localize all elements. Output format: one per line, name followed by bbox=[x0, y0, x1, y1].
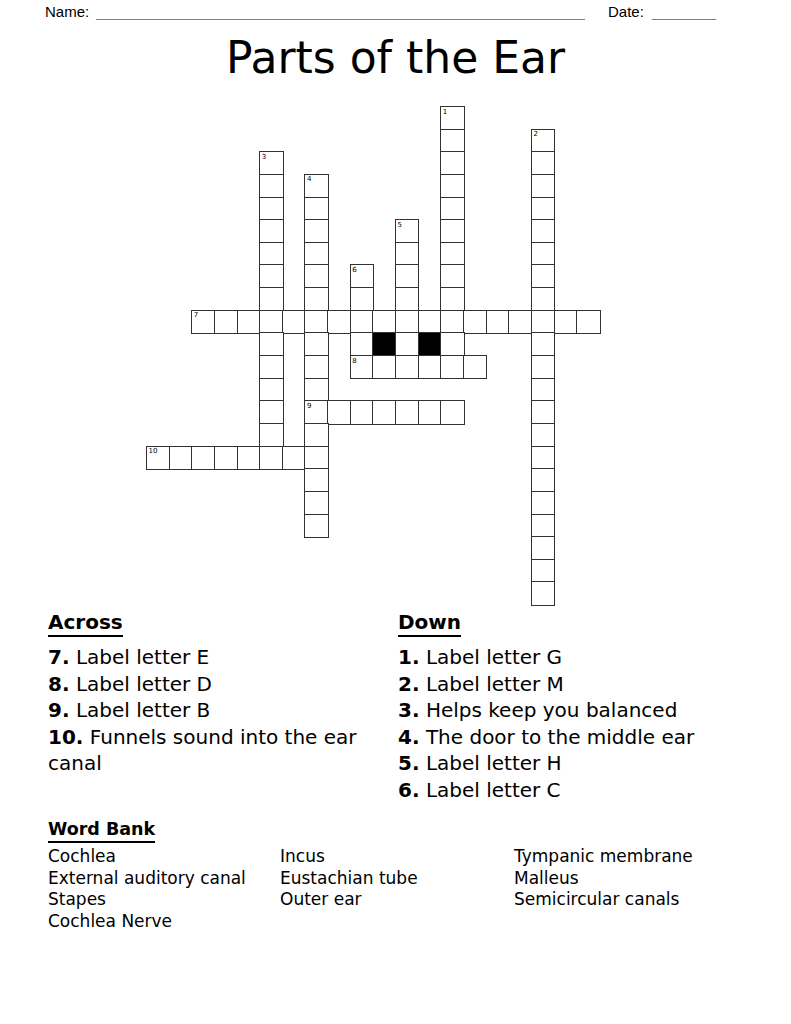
grid-cell[interactable] bbox=[418, 355, 442, 379]
down-clue: 2. Label letter M bbox=[398, 671, 768, 698]
word-bank-item: External auditory canal bbox=[48, 868, 280, 890]
grid-cell[interactable]: 2 bbox=[531, 129, 555, 153]
cell-number: 7 bbox=[194, 311, 198, 319]
grid-cell[interactable] bbox=[282, 446, 306, 470]
grid-cell[interactable] bbox=[531, 378, 555, 402]
grid-cell[interactable] bbox=[350, 400, 374, 424]
grid-cell[interactable] bbox=[372, 355, 396, 379]
cell-number: 5 bbox=[398, 221, 402, 229]
clue-number: 3. bbox=[398, 698, 420, 722]
grid-cell[interactable] bbox=[440, 151, 464, 175]
grid-cell[interactable] bbox=[531, 491, 555, 515]
clue-text: Funnels sound into the ear canal bbox=[48, 725, 357, 776]
grid-cell[interactable] bbox=[463, 310, 487, 334]
grid-cell[interactable] bbox=[531, 514, 555, 538]
cell-number: 3 bbox=[262, 153, 266, 161]
grid-cell[interactable] bbox=[304, 446, 328, 470]
cell-number: 6 bbox=[352, 266, 356, 274]
grid-cell[interactable] bbox=[531, 400, 555, 424]
cell-number: 2 bbox=[533, 130, 537, 138]
grid-cell[interactable] bbox=[463, 355, 487, 379]
grid-cell[interactable] bbox=[395, 310, 419, 334]
grid-cell[interactable] bbox=[508, 310, 532, 334]
word-bank-item: Outer ear bbox=[280, 889, 514, 911]
clue-number: 10. bbox=[48, 725, 83, 749]
grid-cell[interactable] bbox=[418, 400, 442, 424]
grid-cell[interactable]: 3 bbox=[259, 151, 283, 175]
grid-cell[interactable] bbox=[440, 400, 464, 424]
cell-number: 10 bbox=[149, 447, 158, 455]
clue-number: 1. bbox=[398, 645, 420, 669]
grid-cell[interactable] bbox=[237, 446, 261, 470]
grid-cell[interactable]: 6 bbox=[350, 264, 374, 288]
grid-cell[interactable] bbox=[259, 287, 283, 311]
grid-cell[interactable] bbox=[531, 355, 555, 379]
clue-text: Label letter E bbox=[76, 645, 209, 669]
grid-cell[interactable]: 5 bbox=[395, 219, 419, 243]
clue-number: 2. bbox=[398, 672, 420, 696]
grid-cell[interactable] bbox=[372, 400, 396, 424]
across-heading-text: Across bbox=[48, 611, 123, 637]
grid-cell[interactable] bbox=[531, 559, 555, 583]
word-bank-item: Tympanic membrane bbox=[514, 846, 693, 868]
grid-cell[interactable] bbox=[259, 332, 283, 356]
clue-number: 5. bbox=[398, 751, 420, 775]
clue-text: The door to the middle ear bbox=[426, 725, 694, 749]
grid-cell[interactable] bbox=[304, 491, 328, 515]
grid-cell[interactable] bbox=[191, 446, 215, 470]
grid-cell[interactable] bbox=[440, 355, 464, 379]
down-clue: 3. Helps keep you balanced bbox=[398, 697, 768, 724]
word-bank-column: IncusEustachian tubeOuter ear bbox=[280, 846, 514, 933]
name-label: Name: bbox=[45, 3, 89, 20]
grid-cell[interactable] bbox=[395, 400, 419, 424]
grid-cell[interactable] bbox=[440, 174, 464, 198]
grid-cell[interactable] bbox=[214, 446, 238, 470]
grid-cell[interactable] bbox=[531, 219, 555, 243]
name-fill-in-line bbox=[96, 19, 585, 20]
clue-number: 7. bbox=[48, 645, 70, 669]
date-label: Date: bbox=[608, 3, 644, 20]
grid-cell[interactable] bbox=[531, 197, 555, 221]
grid-cell[interactable] bbox=[486, 310, 510, 334]
across-clue: 7. Label letter E bbox=[48, 644, 393, 671]
grid-cell[interactable] bbox=[350, 287, 374, 311]
clue-text: Label letter D bbox=[76, 672, 212, 696]
down-clue: 6. Label letter C bbox=[398, 777, 768, 804]
down-heading-text: Down bbox=[398, 611, 461, 637]
grid-cell[interactable] bbox=[372, 310, 396, 334]
grid-cell[interactable] bbox=[576, 310, 600, 334]
word-bank-item: Stapes bbox=[48, 889, 280, 911]
grid-cell[interactable] bbox=[531, 151, 555, 175]
grid-cell[interactable] bbox=[304, 355, 328, 379]
word-bank-item: Incus bbox=[280, 846, 514, 868]
grid-cell[interactable] bbox=[531, 468, 555, 492]
grid-cell[interactable]: 9 bbox=[304, 400, 328, 424]
grid-cell[interactable] bbox=[531, 423, 555, 447]
grid-cell[interactable] bbox=[440, 332, 464, 356]
grid-cell[interactable] bbox=[259, 355, 283, 379]
cell-number: 1 bbox=[443, 108, 447, 116]
grid-cell[interactable]: 7 bbox=[191, 310, 215, 334]
grid-cell[interactable] bbox=[259, 174, 283, 198]
across-clue: 8. Label letter D bbox=[48, 671, 393, 698]
grid-cell[interactable] bbox=[395, 242, 419, 266]
grid-cell[interactable] bbox=[259, 400, 283, 424]
clue-text: Helps keep you balanced bbox=[426, 698, 677, 722]
cell-number: 4 bbox=[307, 175, 311, 183]
word-bank-heading-text: Word Bank bbox=[48, 819, 155, 843]
grid-cell[interactable] bbox=[304, 197, 328, 221]
grid-cell[interactable] bbox=[282, 310, 306, 334]
grid-cell[interactable] bbox=[440, 197, 464, 221]
clue-text: Label letter M bbox=[426, 672, 564, 696]
grid-cell[interactable] bbox=[531, 332, 555, 356]
grid-cell[interactable] bbox=[237, 310, 261, 334]
word-bank-column: Tympanic membraneMalleusSemicircular can… bbox=[514, 846, 693, 933]
grid-cell[interactable] bbox=[440, 287, 464, 311]
grid-cell[interactable] bbox=[304, 287, 328, 311]
grid-cell[interactable] bbox=[259, 446, 283, 470]
grid-cell[interactable] bbox=[350, 310, 374, 334]
clue-number: 6. bbox=[398, 778, 420, 802]
grid-cell[interactable] bbox=[350, 332, 374, 356]
across-heading: Across bbox=[48, 611, 393, 637]
down-clue: 5. Label letter H bbox=[398, 750, 768, 777]
grid-cell[interactable]: 10 bbox=[146, 446, 170, 470]
grid-cell[interactable] bbox=[304, 514, 328, 538]
clue-number: 8. bbox=[48, 672, 70, 696]
grid-cell[interactable] bbox=[169, 446, 193, 470]
across-clue: 9. Label letter B bbox=[48, 697, 393, 724]
down-section: Down 1. Label letter G2. Label letter M3… bbox=[398, 611, 768, 803]
grid-cell[interactable] bbox=[259, 264, 283, 288]
word-bank-column: CochleaExternal auditory canalStapesCoch… bbox=[48, 846, 280, 933]
grid-cell[interactable] bbox=[304, 468, 328, 492]
word-bank-item: Cochlea bbox=[48, 846, 280, 868]
grid-cell[interactable]: 4 bbox=[304, 174, 328, 198]
cell-number: 8 bbox=[352, 357, 356, 365]
grid-cell[interactable] bbox=[259, 219, 283, 243]
grid-cell[interactable] bbox=[440, 219, 464, 243]
clue-text: Label letter H bbox=[426, 751, 562, 775]
grid-cell[interactable] bbox=[531, 310, 555, 334]
grid-cell[interactable] bbox=[531, 446, 555, 470]
word-bank-columns: CochleaExternal auditory canalStapesCoch… bbox=[48, 846, 748, 933]
word-bank-heading: Word Bank bbox=[48, 819, 748, 843]
down-clue-list: 1. Label letter G2. Label letter M3. Hel… bbox=[398, 644, 768, 803]
grid-cell[interactable] bbox=[304, 242, 328, 266]
grid-cell[interactable] bbox=[440, 129, 464, 153]
page-title: Parts of the Ear bbox=[0, 34, 791, 82]
grid-cell[interactable] bbox=[259, 197, 283, 221]
grid-cell[interactable] bbox=[259, 310, 283, 334]
word-bank-section: Word Bank CochleaExternal auditory canal… bbox=[48, 819, 748, 933]
grid-cell[interactable] bbox=[531, 242, 555, 266]
grid-cell[interactable] bbox=[259, 242, 283, 266]
grid-cell[interactable] bbox=[304, 378, 328, 402]
cell-number: 9 bbox=[307, 402, 311, 410]
grid-cell[interactable] bbox=[304, 310, 328, 334]
across-section: Across 7. Label letter E8. Label letter … bbox=[48, 611, 393, 777]
grid-cell[interactable] bbox=[327, 400, 351, 424]
grid-cell[interactable] bbox=[304, 332, 328, 356]
clue-text: Label letter B bbox=[76, 698, 210, 722]
down-clue: 4. The door to the middle ear bbox=[398, 724, 768, 751]
grid-cell[interactable] bbox=[395, 264, 419, 288]
word-bank-item: Malleus bbox=[514, 868, 693, 890]
grid-cell[interactable] bbox=[395, 332, 419, 356]
grid-cell[interactable] bbox=[259, 378, 283, 402]
clue-text: Label letter C bbox=[426, 778, 561, 802]
grid-cell[interactable] bbox=[395, 355, 419, 379]
grid-cell[interactable] bbox=[304, 423, 328, 447]
word-bank-item: Semicircular canals bbox=[514, 889, 693, 911]
grid-cell[interactable] bbox=[214, 310, 238, 334]
down-heading: Down bbox=[398, 611, 768, 637]
grid-cell[interactable] bbox=[531, 581, 555, 605]
grid-cell[interactable] bbox=[304, 264, 328, 288]
grid-cell[interactable] bbox=[531, 287, 555, 311]
grid-cell[interactable] bbox=[531, 536, 555, 560]
clue-number: 4. bbox=[398, 725, 420, 749]
clue-number: 9. bbox=[48, 698, 70, 722]
across-clue-list: 7. Label letter E8. Label letter D9. Lab… bbox=[48, 644, 393, 777]
across-clue: 10. Funnels sound into the ear canal bbox=[48, 724, 393, 777]
grid-cell[interactable] bbox=[259, 423, 283, 447]
date-fill-in-line bbox=[652, 19, 716, 20]
grid-cell[interactable] bbox=[418, 310, 442, 334]
grid-cell[interactable] bbox=[440, 264, 464, 288]
grid-cell[interactable] bbox=[395, 287, 419, 311]
word-bank-item: Eustachian tube bbox=[280, 868, 514, 890]
word-bank-item: Cochlea Nerve bbox=[48, 911, 280, 933]
grid-cell[interactable] bbox=[554, 310, 578, 334]
grid-cell[interactable] bbox=[440, 310, 464, 334]
grid-cell[interactable] bbox=[531, 174, 555, 198]
down-clue: 1. Label letter G bbox=[398, 644, 768, 671]
grid-cell[interactable]: 8 bbox=[350, 355, 374, 379]
grid-cell[interactable] bbox=[531, 264, 555, 288]
crossword-grid: 12345678910 bbox=[146, 106, 599, 604]
grid-cell[interactable]: 1 bbox=[440, 106, 464, 130]
grid-cell-black bbox=[372, 332, 396, 356]
grid-cell[interactable] bbox=[304, 219, 328, 243]
grid-cell[interactable] bbox=[440, 242, 464, 266]
grid-cell[interactable] bbox=[327, 310, 351, 334]
grid-cell-black bbox=[418, 332, 442, 356]
clue-text: Label letter G bbox=[426, 645, 562, 669]
